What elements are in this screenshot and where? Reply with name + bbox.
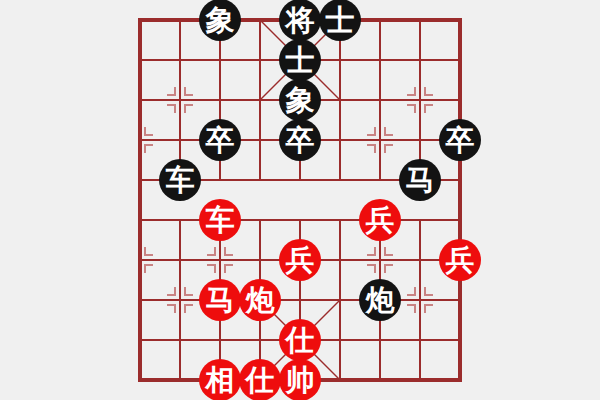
board-cell[interactable] <box>200 80 240 120</box>
board-cell[interactable] <box>320 240 360 280</box>
board-cell[interactable] <box>200 40 240 80</box>
board-cell[interactable]: 士 <box>280 40 320 80</box>
board-cell[interactable] <box>160 40 200 80</box>
board-cell[interactable]: 象 <box>280 80 320 120</box>
board-cell[interactable] <box>400 320 440 360</box>
board-cell[interactable] <box>440 160 480 200</box>
board-cell[interactable] <box>400 0 440 40</box>
board-cell[interactable] <box>240 0 280 40</box>
board-cell[interactable] <box>440 80 480 120</box>
board-cell[interactable]: 卒 <box>280 120 320 160</box>
board-cell[interactable] <box>360 80 400 120</box>
board-cell[interactable] <box>280 200 320 240</box>
board-cell[interactable]: 车 <box>200 200 240 240</box>
board-cell[interactable] <box>160 240 200 280</box>
board-cell[interactable] <box>320 280 360 320</box>
board-cell[interactable] <box>120 160 160 200</box>
board-cell[interactable] <box>320 160 360 200</box>
board-cell[interactable] <box>360 160 400 200</box>
board-cell[interactable] <box>360 320 400 360</box>
black-cannon[interactable]: 炮 <box>359 279 401 321</box>
board-cell[interactable]: 士 <box>320 0 360 40</box>
board-cell[interactable] <box>200 160 240 200</box>
board-cell[interactable] <box>360 0 400 40</box>
board-cell[interactable]: 象 <box>200 0 240 40</box>
board-cell[interactable] <box>120 280 160 320</box>
board-cell[interactable] <box>320 40 360 80</box>
board-cell[interactable]: 炮 <box>360 280 400 320</box>
board-cell[interactable] <box>400 120 440 160</box>
black-elephant[interactable]: 象 <box>279 79 321 121</box>
board-cell[interactable]: 相 <box>200 360 240 400</box>
board-cell[interactable]: 车 <box>160 160 200 200</box>
board-cell[interactable] <box>120 80 160 120</box>
xiangqi-app: 象将士士象卒卒卒车马车兵兵兵马炮炮仕相仕帅 <box>0 0 600 400</box>
board-cell[interactable] <box>320 120 360 160</box>
red-cannon[interactable]: 炮 <box>239 279 281 321</box>
board-cell[interactable] <box>200 320 240 360</box>
board-cell[interactable]: 炮 <box>240 280 280 320</box>
board-cell[interactable] <box>280 160 320 200</box>
board-cell[interactable]: 兵 <box>360 200 400 240</box>
board-cell[interactable] <box>160 320 200 360</box>
board-cell[interactable] <box>120 120 160 160</box>
board-cell[interactable] <box>400 200 440 240</box>
board-cell[interactable] <box>440 280 480 320</box>
red-advisor[interactable]: 仕 <box>279 319 321 361</box>
board-cell[interactable]: 卒 <box>200 120 240 160</box>
board-cell[interactable]: 将 <box>280 0 320 40</box>
board-cell[interactable] <box>120 360 160 400</box>
board-cell[interactable] <box>440 0 480 40</box>
black-soldier[interactable]: 卒 <box>279 119 321 161</box>
black-advisor[interactable]: 士 <box>319 0 361 41</box>
board-cell[interactable] <box>240 120 280 160</box>
board-cell[interactable] <box>320 320 360 360</box>
board-cell[interactable]: 仕 <box>240 360 280 400</box>
board-cell[interactable] <box>400 360 440 400</box>
red-soldier[interactable]: 兵 <box>279 239 321 281</box>
board-cell[interactable] <box>320 200 360 240</box>
board-cell[interactable]: 卒 <box>440 120 480 160</box>
board-cell[interactable] <box>400 280 440 320</box>
board-cell[interactable]: 马 <box>400 160 440 200</box>
board-cell[interactable] <box>240 320 280 360</box>
board-cell[interactable] <box>240 40 280 80</box>
board-cell[interactable]: 帅 <box>280 360 320 400</box>
board-cell[interactable] <box>440 40 480 80</box>
black-advisor[interactable]: 士 <box>279 39 321 81</box>
board-cell[interactable] <box>320 80 360 120</box>
board-cell[interactable]: 仕 <box>280 320 320 360</box>
red-soldier[interactable]: 兵 <box>439 239 481 281</box>
board-cell[interactable] <box>440 360 480 400</box>
red-advisor[interactable]: 仕 <box>239 359 281 400</box>
board-grid: 象将士士象卒卒卒车马车兵兵兵马炮炮仕相仕帅 <box>120 0 480 400</box>
board-cell[interactable] <box>400 80 440 120</box>
board-cell[interactable]: 兵 <box>280 240 320 280</box>
board-cell[interactable] <box>160 0 200 40</box>
board-cell[interactable] <box>120 320 160 360</box>
board-cell[interactable] <box>240 200 280 240</box>
board-cell[interactable] <box>360 360 400 400</box>
board-cell[interactable] <box>400 40 440 80</box>
board-cell[interactable] <box>360 240 400 280</box>
board-cell[interactable] <box>440 200 480 240</box>
board-cell[interactable] <box>120 200 160 240</box>
red-soldier[interactable]: 兵 <box>359 199 401 241</box>
board-cell[interactable] <box>160 120 200 160</box>
red-chariot[interactable]: 车 <box>199 199 241 241</box>
board-cell[interactable] <box>240 80 280 120</box>
board-cell[interactable] <box>400 240 440 280</box>
black-general[interactable]: 将 <box>279 0 321 41</box>
board-cell[interactable] <box>120 0 160 40</box>
black-soldier[interactable]: 卒 <box>439 119 481 161</box>
red-elephant[interactable]: 相 <box>199 359 241 400</box>
board-cell[interactable] <box>120 240 160 280</box>
board-cell[interactable] <box>360 120 400 160</box>
board-cell[interactable] <box>160 280 200 320</box>
board-cell[interactable] <box>360 40 400 80</box>
black-soldier[interactable]: 卒 <box>199 119 241 161</box>
board-cell[interactable] <box>160 200 200 240</box>
board-cell[interactable] <box>320 360 360 400</box>
board-cell[interactable]: 马 <box>200 280 240 320</box>
black-horse[interactable]: 马 <box>399 159 441 201</box>
board-cell[interactable] <box>440 320 480 360</box>
black-elephant[interactable]: 象 <box>199 0 241 41</box>
black-chariot[interactable]: 车 <box>159 159 201 201</box>
xiangqi-board: 象将士士象卒卒卒车马车兵兵兵马炮炮仕相仕帅 <box>0 0 600 400</box>
board-cell[interactable] <box>120 40 160 80</box>
board-cell[interactable]: 兵 <box>440 240 480 280</box>
board-cell[interactable] <box>280 280 320 320</box>
board-cell[interactable] <box>200 240 240 280</box>
board-cell[interactable] <box>160 80 200 120</box>
red-horse[interactable]: 马 <box>199 279 241 321</box>
red-general[interactable]: 帅 <box>279 359 321 400</box>
board-cell[interactable] <box>240 240 280 280</box>
board-cell[interactable] <box>160 360 200 400</box>
board-cell[interactable] <box>240 160 280 200</box>
